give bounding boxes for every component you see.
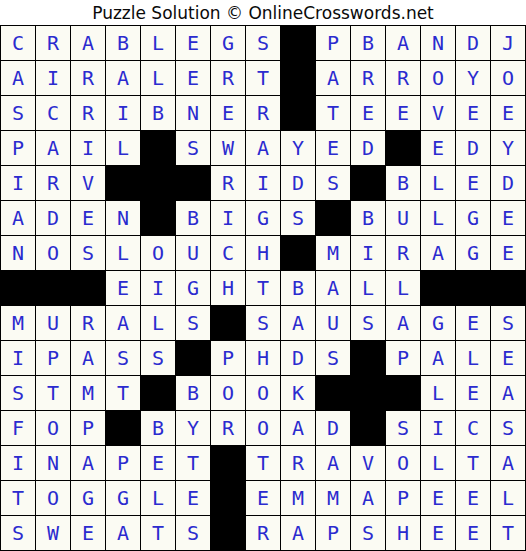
letter-cell: E (71, 201, 105, 235)
letter-cell: I (351, 236, 385, 270)
block-cell (176, 341, 210, 375)
letter-cell: H (386, 516, 420, 550)
block-cell (351, 411, 385, 445)
letter-cell: E (141, 446, 175, 480)
letter-cell: U (36, 306, 70, 340)
letter-cell: T (491, 516, 525, 550)
letter-cell: E (176, 26, 210, 60)
letter-cell: A (71, 26, 105, 60)
letter-cell: E (351, 96, 385, 130)
letter-cell: B (176, 376, 210, 410)
block-cell (71, 271, 105, 305)
letter-cell: F (1, 411, 35, 445)
letter-cell: A (421, 341, 455, 375)
letter-cell: S (1, 96, 35, 130)
letter-cell: A (106, 306, 140, 340)
letter-cell: O (491, 61, 525, 95)
letter-cell: O (246, 411, 280, 445)
block-cell (141, 166, 175, 200)
letter-cell: S (1, 376, 35, 410)
letter-cell: L (386, 271, 420, 305)
letter-cell: S (176, 516, 210, 550)
letter-cell: S (281, 201, 315, 235)
letter-cell: G (421, 306, 455, 340)
letter-cell: E (456, 516, 490, 550)
letter-cell: D (36, 201, 70, 235)
letter-cell: L (106, 131, 140, 165)
letter-cell: D (316, 411, 350, 445)
letter-cell: E (106, 271, 140, 305)
letter-cell: I (246, 166, 280, 200)
letter-cell: A (1, 61, 35, 95)
letter-cell: N (421, 26, 455, 60)
letter-cell: O (141, 236, 175, 270)
letter-cell: P (211, 341, 245, 375)
letter-cell: N (106, 201, 140, 235)
letter-cell: O (386, 446, 420, 480)
letter-cell: P (316, 516, 350, 550)
letter-cell: A (491, 376, 525, 410)
letter-cell: A (106, 516, 140, 550)
letter-cell: V (421, 96, 455, 130)
letter-cell: A (386, 26, 420, 60)
letter-cell: S (491, 306, 525, 340)
letter-cell: C (1, 26, 35, 60)
title-bar: Puzzle Solution © OnlineCrosswords.net (0, 0, 526, 25)
letter-cell: R (36, 166, 70, 200)
letter-cell: O (421, 61, 455, 95)
letter-cell: A (281, 516, 315, 550)
letter-cell: H (246, 236, 280, 270)
letter-cell: G (246, 201, 280, 235)
block-cell (1, 271, 35, 305)
letter-cell: B (351, 201, 385, 235)
letter-cell: O (211, 376, 245, 410)
letter-cell: H (246, 341, 280, 375)
letter-cell: K (281, 376, 315, 410)
block-cell (176, 166, 210, 200)
letter-cell: N (176, 96, 210, 130)
letter-cell: A (491, 446, 525, 480)
block-cell (211, 481, 245, 515)
letter-cell: P (36, 341, 70, 375)
block-cell (456, 271, 490, 305)
block-cell (141, 201, 175, 235)
block-cell (281, 236, 315, 270)
letter-cell: M (1, 306, 35, 340)
letter-cell: E (456, 166, 490, 200)
letter-cell: Y (281, 131, 315, 165)
letter-cell: O (36, 481, 70, 515)
letter-cell: A (71, 341, 105, 375)
letter-cell: T (316, 96, 350, 130)
letter-cell: P (386, 341, 420, 375)
letter-cell: L (141, 481, 175, 515)
letter-cell: T (246, 271, 280, 305)
letter-cell: R (71, 96, 105, 130)
letter-cell: L (421, 376, 455, 410)
letter-cell: A (106, 61, 140, 95)
letter-cell: C (456, 411, 490, 445)
letter-cell: L (421, 446, 455, 480)
letter-cell: L (141, 26, 175, 60)
letter-cell: S (351, 516, 385, 550)
letter-cell: A (351, 481, 385, 515)
block-cell (386, 131, 420, 165)
letter-cell: M (316, 236, 350, 270)
letter-cell: E (491, 341, 525, 375)
letter-cell: I (36, 61, 70, 95)
letter-cell: G (71, 481, 105, 515)
letter-cell: R (351, 61, 385, 95)
letter-cell: H (211, 271, 245, 305)
block-cell (141, 131, 175, 165)
letter-cell: A (246, 131, 280, 165)
letter-cell: L (421, 166, 455, 200)
letter-cell: R (281, 446, 315, 480)
letter-cell: P (316, 26, 350, 60)
block-cell (106, 166, 140, 200)
letter-cell: M (316, 481, 350, 515)
letter-cell: A (281, 306, 315, 340)
letter-cell: R (211, 166, 245, 200)
letter-cell: Y (491, 131, 525, 165)
letter-cell: S (316, 166, 350, 200)
letter-cell: E (456, 481, 490, 515)
letter-cell: S (1, 516, 35, 550)
letter-cell: L (141, 306, 175, 340)
letter-cell: R (71, 61, 105, 95)
letter-cell: B (386, 166, 420, 200)
letter-cell: D (351, 131, 385, 165)
letter-cell: B (281, 271, 315, 305)
letter-cell: L (106, 236, 140, 270)
letter-cell: R (71, 306, 105, 340)
letter-cell: A (1, 201, 35, 235)
letter-cell: T (246, 446, 280, 480)
letter-cell: J (491, 26, 525, 60)
letter-cell: E (421, 481, 455, 515)
block-cell (421, 271, 455, 305)
letter-cell: I (211, 201, 245, 235)
letter-cell: S (71, 236, 105, 270)
letter-cell: B (106, 26, 140, 60)
letter-cell: G (456, 236, 490, 270)
letter-cell: B (176, 201, 210, 235)
letter-cell: S (176, 131, 210, 165)
block-cell (281, 26, 315, 60)
letter-cell: W (36, 516, 70, 550)
letter-cell: I (1, 341, 35, 375)
letter-cell: A (36, 131, 70, 165)
block-cell (211, 446, 245, 480)
block-cell (281, 96, 315, 130)
letter-cell: N (1, 236, 35, 270)
letter-cell: A (281, 411, 315, 445)
letter-cell: S (246, 306, 280, 340)
letter-cell: R (36, 26, 70, 60)
letter-cell: T (176, 446, 210, 480)
letter-cell: S (246, 26, 280, 60)
letter-cell: A (421, 236, 455, 270)
letter-cell: B (141, 96, 175, 130)
letter-cell: S (316, 341, 350, 375)
letter-cell: D (281, 341, 315, 375)
letter-cell: U (386, 201, 420, 235)
letter-cell: L (351, 271, 385, 305)
letter-cell: U (176, 236, 210, 270)
letter-cell: R (211, 61, 245, 95)
block-cell (351, 376, 385, 410)
letter-cell: I (421, 411, 455, 445)
letter-cell: T (246, 61, 280, 95)
letter-cell: C (211, 236, 245, 270)
letter-cell: G (211, 26, 245, 60)
letter-cell: T (1, 481, 35, 515)
letter-cell: E (71, 516, 105, 550)
letter-cell: O (36, 236, 70, 270)
letter-cell: R (246, 96, 280, 130)
letter-cell: L (421, 201, 455, 235)
block-cell (211, 516, 245, 550)
letter-cell: Y (176, 411, 210, 445)
block-cell (351, 341, 385, 375)
letter-cell: P (106, 446, 140, 480)
letter-cell: T (106, 376, 140, 410)
block-cell (106, 411, 140, 445)
letter-cell: D (456, 26, 490, 60)
block-cell (281, 61, 315, 95)
letter-cell: S (351, 306, 385, 340)
crossword-grid: CRABLEGSPBANDJAIRALERTARROYOSCRIBNERTEEV… (0, 25, 526, 551)
block-cell (386, 376, 420, 410)
letter-cell: E (176, 481, 210, 515)
letter-cell: E (246, 481, 280, 515)
letter-cell: L (456, 341, 490, 375)
letter-cell: R (386, 61, 420, 95)
letter-cell: N (36, 446, 70, 480)
letter-cell: D (456, 131, 490, 165)
letter-cell: E (491, 236, 525, 270)
block-cell (351, 166, 385, 200)
letter-cell: R (246, 516, 280, 550)
letter-cell: V (71, 166, 105, 200)
page-title: Puzzle Solution © OnlineCrosswords.net (92, 3, 434, 23)
letter-cell: W (211, 131, 245, 165)
letter-cell: A (316, 61, 350, 95)
letter-cell: E (176, 61, 210, 95)
block-cell (316, 376, 350, 410)
letter-cell: E (211, 96, 245, 130)
letter-cell: G (176, 271, 210, 305)
letter-cell: T (36, 376, 70, 410)
letter-cell: P (1, 131, 35, 165)
letter-cell: T (141, 516, 175, 550)
letter-cell: S (491, 411, 525, 445)
letter-cell: I (1, 166, 35, 200)
letter-cell: S (386, 411, 420, 445)
letter-cell: E (421, 131, 455, 165)
letter-cell: E (491, 96, 525, 130)
letter-cell: O (246, 376, 280, 410)
letter-cell: Y (456, 61, 490, 95)
letter-cell: P (386, 481, 420, 515)
letter-cell: D (491, 166, 525, 200)
letter-cell: E (456, 306, 490, 340)
letter-cell: U (316, 306, 350, 340)
letter-cell: B (351, 26, 385, 60)
letter-cell: G (106, 481, 140, 515)
letter-cell: I (71, 131, 105, 165)
block-cell (316, 201, 350, 235)
block-cell (211, 306, 245, 340)
block-cell (36, 271, 70, 305)
letter-cell: I (141, 271, 175, 305)
letter-cell: R (386, 236, 420, 270)
letter-cell: E (456, 376, 490, 410)
letter-cell: I (1, 446, 35, 480)
letter-cell: P (71, 411, 105, 445)
letter-cell: R (211, 411, 245, 445)
letter-cell: O (36, 411, 70, 445)
letter-cell: I (106, 96, 140, 130)
letter-cell: E (421, 516, 455, 550)
letter-cell: G (456, 201, 490, 235)
letter-cell: E (316, 131, 350, 165)
letter-cell: L (491, 481, 525, 515)
letter-cell: D (281, 166, 315, 200)
puzzle-solution-page: Puzzle Solution © OnlineCrosswords.net C… (0, 0, 526, 551)
block-cell (491, 271, 525, 305)
letter-cell: S (176, 306, 210, 340)
letter-cell: A (386, 306, 420, 340)
letter-cell: A (316, 271, 350, 305)
letter-cell: C (36, 96, 70, 130)
letter-cell: A (316, 446, 350, 480)
letter-cell: M (281, 481, 315, 515)
letter-cell: E (456, 96, 490, 130)
letter-cell: E (491, 201, 525, 235)
letter-cell: B (141, 411, 175, 445)
block-cell (141, 376, 175, 410)
letter-cell: T (456, 446, 490, 480)
letter-cell: E (386, 96, 420, 130)
letter-cell: L (141, 61, 175, 95)
letter-cell: S (106, 341, 140, 375)
letter-cell: V (351, 446, 385, 480)
letter-cell: S (141, 341, 175, 375)
letter-cell: A (71, 446, 105, 480)
letter-cell: M (71, 376, 105, 410)
